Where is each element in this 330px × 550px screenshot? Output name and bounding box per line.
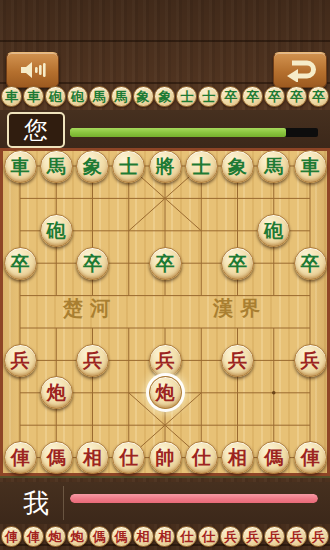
board-piece-red[interactable]: 相 — [221, 441, 254, 474]
tray-piece: 炮 — [45, 526, 66, 547]
board-piece-red[interactable]: 帥 — [149, 441, 182, 474]
tray-piece: 兵 — [308, 526, 329, 547]
river-label-right: 漢界 — [206, 295, 274, 322]
board-piece-red[interactable]: 俥 — [4, 441, 37, 474]
board-piece-red[interactable]: 仕 — [185, 441, 218, 474]
speaker-icon — [18, 59, 48, 81]
tray-piece: 兵 — [220, 526, 241, 547]
player-name-top: 您 — [7, 112, 65, 148]
tray-piece: 砲 — [67, 86, 88, 107]
tray-piece: 兵 — [286, 526, 307, 547]
tray-piece: 炮 — [67, 526, 88, 547]
board-grid — [0, 148, 330, 478]
board-piece-black[interactable]: 卒 — [221, 247, 254, 280]
board-piece-red[interactable]: 炮 — [149, 376, 182, 409]
game-screen: 車車砲砲馬馬象象士士卒卒卒卒卒 您 — [0, 0, 330, 550]
board-piece-black[interactable]: 卒 — [294, 247, 327, 280]
board-piece-black[interactable]: 車 — [4, 150, 37, 183]
tray-piece: 傌 — [111, 526, 132, 547]
tray-piece: 卒 — [242, 86, 263, 107]
tray-piece: 仕 — [176, 526, 197, 547]
player-panel-top: 您 — [0, 110, 330, 148]
tray-piece: 車 — [23, 86, 44, 107]
tray-piece: 仕 — [198, 526, 219, 547]
board-piece-black[interactable]: 將 — [149, 150, 182, 183]
tray-piece: 兵 — [242, 526, 263, 547]
tray-piece: 象 — [154, 86, 175, 107]
tray-piece: 砲 — [45, 86, 66, 107]
tray-piece: 俥 — [23, 526, 44, 547]
board-piece-black[interactable]: 士 — [112, 150, 145, 183]
tray-piece: 士 — [176, 86, 197, 107]
captured-tray-top: 車車砲砲馬馬象象士士卒卒卒卒卒 — [0, 86, 330, 108]
board-piece-black[interactable]: 卒 — [4, 247, 37, 280]
back-button[interactable] — [273, 52, 327, 88]
board-piece-black[interactable]: 士 — [185, 150, 218, 183]
tray-piece: 相 — [133, 526, 154, 547]
board-piece-black[interactable]: 卒 — [76, 247, 109, 280]
tray-piece: 象 — [133, 86, 154, 107]
player-panel-bottom: 我 — [0, 482, 330, 524]
tray-piece: 馬 — [89, 86, 110, 107]
board-piece-red[interactable]: 兵 — [4, 344, 37, 377]
timer-bar-top — [70, 128, 318, 137]
board-piece-black[interactable]: 卒 — [149, 247, 182, 280]
player-name-bottom: 我 — [10, 485, 62, 521]
xiangqi-board[interactable]: 楚河 漢界 車馬象士將士象馬車砲砲卒卒卒卒卒兵兵兵兵兵炮炮俥傌相仕帥仕相傌俥 — [0, 148, 330, 478]
board-piece-red[interactable]: 兵 — [294, 344, 327, 377]
river-label-left: 楚河 — [56, 295, 124, 322]
tray-piece: 卒 — [308, 86, 329, 107]
board-piece-black[interactable]: 象 — [76, 150, 109, 183]
panel-divider — [63, 486, 64, 520]
tray-piece: 卒 — [286, 86, 307, 107]
tray-piece: 相 — [154, 526, 175, 547]
timer-bar-bottom — [70, 494, 318, 503]
tray-piece: 卒 — [220, 86, 241, 107]
timer-bar-top-fill — [70, 128, 286, 137]
board-piece-red[interactable]: 兵 — [149, 344, 182, 377]
board-piece-red[interactable]: 相 — [76, 441, 109, 474]
timer-bar-bottom-fill — [70, 494, 318, 503]
board-piece-black[interactable]: 車 — [294, 150, 327, 183]
board-piece-red[interactable]: 傌 — [40, 441, 73, 474]
tray-piece: 傌 — [89, 526, 110, 547]
board-piece-red[interactable]: 兵 — [221, 344, 254, 377]
tray-piece: 車 — [1, 86, 22, 107]
sound-button[interactable] — [6, 52, 59, 88]
board-piece-red[interactable]: 俥 — [294, 441, 327, 474]
board-piece-red[interactable]: 炮 — [40, 376, 73, 409]
tray-piece: 卒 — [264, 86, 285, 107]
captured-tray-bottom: 俥俥炮炮傌傌相相仕仕兵兵兵兵兵 — [0, 526, 330, 548]
tray-piece: 兵 — [264, 526, 285, 547]
board-piece-black[interactable]: 象 — [221, 150, 254, 183]
board-piece-black[interactable]: 砲 — [40, 214, 73, 247]
tray-piece: 士 — [198, 86, 219, 107]
board-piece-red[interactable]: 兵 — [76, 344, 109, 377]
tray-piece: 馬 — [111, 86, 132, 107]
tray-piece: 俥 — [1, 526, 22, 547]
board-piece-black[interactable]: 馬 — [40, 150, 73, 183]
board-piece-black[interactable]: 馬 — [257, 150, 290, 183]
undo-arrow-icon — [283, 58, 317, 82]
